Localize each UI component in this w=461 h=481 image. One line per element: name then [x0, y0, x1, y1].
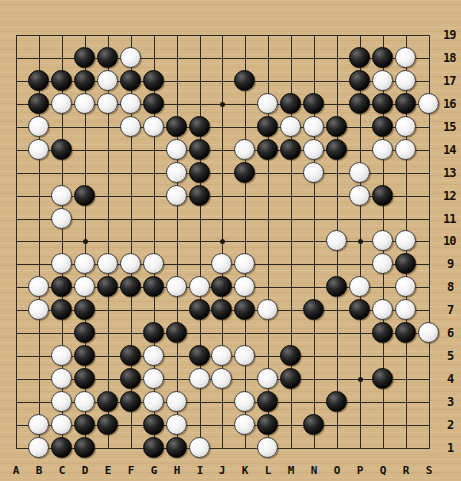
- row-label-4: 4: [447, 372, 453, 386]
- grid-line-horizontal: [16, 35, 430, 36]
- white-stone-C2[interactable]: [51, 414, 72, 435]
- white-stone-R14[interactable]: [395, 139, 416, 160]
- black-stone-Q16[interactable]: [372, 93, 393, 114]
- column-label-A: A: [13, 464, 20, 477]
- black-stone-D4[interactable]: [74, 368, 95, 389]
- column-label-Q: Q: [380, 464, 387, 477]
- white-stone-C5[interactable]: [51, 345, 72, 366]
- row-label-17: 17: [443, 74, 455, 88]
- black-stone-M14[interactable]: [280, 139, 301, 160]
- column-label-O: O: [334, 464, 341, 477]
- white-stone-K9[interactable]: [234, 253, 255, 274]
- white-stone-B15[interactable]: [28, 116, 49, 137]
- black-stone-I15[interactable]: [189, 116, 210, 137]
- black-stone-D2[interactable]: [74, 414, 95, 435]
- white-stone-G3[interactable]: [143, 391, 164, 412]
- row-label-12: 12: [443, 189, 455, 203]
- white-stone-H8[interactable]: [166, 276, 187, 297]
- white-stone-E16[interactable]: [97, 93, 118, 114]
- row-label-10: 10: [443, 234, 455, 248]
- white-stone-N15[interactable]: [303, 116, 324, 137]
- white-stone-K5[interactable]: [234, 345, 255, 366]
- black-stone-L2[interactable]: [257, 414, 278, 435]
- black-stone-L15[interactable]: [257, 116, 278, 137]
- black-stone-O8[interactable]: [326, 276, 347, 297]
- go-board-screenshot: ABCDEFGHIJKLMNOPQRS191817161514131211109…: [0, 0, 461, 481]
- white-stone-B14[interactable]: [28, 139, 49, 160]
- black-stone-R6[interactable]: [395, 322, 416, 343]
- black-stone-J8[interactable]: [211, 276, 232, 297]
- white-stone-R18[interactable]: [395, 47, 416, 68]
- black-stone-D17[interactable]: [74, 70, 95, 91]
- black-stone-P17[interactable]: [349, 70, 370, 91]
- white-stone-H3[interactable]: [166, 391, 187, 412]
- black-stone-G1[interactable]: [143, 437, 164, 458]
- black-stone-C8[interactable]: [51, 276, 72, 297]
- white-stone-Q7[interactable]: [372, 299, 393, 320]
- white-stone-B8[interactable]: [28, 276, 49, 297]
- row-label-6: 6: [447, 326, 453, 340]
- white-stone-C11[interactable]: [51, 208, 72, 229]
- white-stone-C16[interactable]: [51, 93, 72, 114]
- black-stone-D5[interactable]: [74, 345, 95, 366]
- black-stone-Q4[interactable]: [372, 368, 393, 389]
- white-stone-L4[interactable]: [257, 368, 278, 389]
- black-stone-K7[interactable]: [234, 299, 255, 320]
- black-stone-P7[interactable]: [349, 299, 370, 320]
- white-stone-K8[interactable]: [234, 276, 255, 297]
- row-label-7: 7: [447, 303, 453, 317]
- black-stone-L3[interactable]: [257, 391, 278, 412]
- black-stone-D12[interactable]: [74, 185, 95, 206]
- black-stone-R16[interactable]: [395, 93, 416, 114]
- black-stone-H15[interactable]: [166, 116, 187, 137]
- white-stone-Q17[interactable]: [372, 70, 393, 91]
- white-stone-N14[interactable]: [303, 139, 324, 160]
- column-label-N: N: [311, 464, 318, 477]
- column-label-R: R: [403, 464, 410, 477]
- black-stone-B17[interactable]: [28, 70, 49, 91]
- white-stone-O10[interactable]: [326, 230, 347, 251]
- row-label-15: 15: [443, 120, 455, 134]
- white-stone-K14[interactable]: [234, 139, 255, 160]
- row-label-16: 16: [443, 97, 455, 111]
- white-stone-J4[interactable]: [211, 368, 232, 389]
- black-stone-M5[interactable]: [280, 345, 301, 366]
- white-stone-I4[interactable]: [189, 368, 210, 389]
- row-label-5: 5: [447, 349, 453, 363]
- row-label-19: 19: [443, 28, 455, 42]
- row-label-8: 8: [447, 280, 453, 294]
- column-label-S: S: [426, 464, 433, 477]
- black-stone-C17[interactable]: [51, 70, 72, 91]
- white-stone-B2[interactable]: [28, 414, 49, 435]
- row-label-18: 18: [443, 51, 455, 65]
- column-label-I: I: [197, 464, 204, 477]
- white-stone-L7[interactable]: [257, 299, 278, 320]
- column-label-K: K: [242, 464, 249, 477]
- white-stone-B1[interactable]: [28, 437, 49, 458]
- black-stone-M16[interactable]: [280, 93, 301, 114]
- white-stone-D16[interactable]: [74, 93, 95, 114]
- row-label-13: 13: [443, 166, 455, 180]
- white-stone-Q14[interactable]: [372, 139, 393, 160]
- black-stone-H1[interactable]: [166, 437, 187, 458]
- white-stone-M15[interactable]: [280, 116, 301, 137]
- column-label-H: H: [174, 464, 181, 477]
- black-stone-Q15[interactable]: [372, 116, 393, 137]
- white-stone-B7[interactable]: [28, 299, 49, 320]
- white-stone-P12[interactable]: [349, 185, 370, 206]
- star-point: [358, 239, 363, 244]
- column-label-B: B: [36, 464, 43, 477]
- row-label-2: 2: [447, 418, 453, 432]
- column-label-P: P: [357, 464, 364, 477]
- black-stone-N7[interactable]: [303, 299, 324, 320]
- white-stone-E9[interactable]: [97, 253, 118, 274]
- white-stone-I8[interactable]: [189, 276, 210, 297]
- white-stone-H12[interactable]: [166, 185, 187, 206]
- black-stone-F4[interactable]: [120, 368, 141, 389]
- column-label-F: F: [128, 464, 135, 477]
- column-label-E: E: [105, 464, 112, 477]
- black-stone-E3[interactable]: [97, 391, 118, 412]
- black-stone-I14[interactable]: [189, 139, 210, 160]
- column-label-M: M: [288, 464, 295, 477]
- white-stone-D9[interactable]: [74, 253, 95, 274]
- white-stone-G15[interactable]: [143, 116, 164, 137]
- white-stone-H13[interactable]: [166, 162, 187, 183]
- black-stone-P16[interactable]: [349, 93, 370, 114]
- white-stone-P8[interactable]: [349, 276, 370, 297]
- white-stone-F9[interactable]: [120, 253, 141, 274]
- black-stone-Q18[interactable]: [372, 47, 393, 68]
- black-stone-C7[interactable]: [51, 299, 72, 320]
- row-label-3: 3: [447, 395, 453, 409]
- white-stone-C3[interactable]: [51, 391, 72, 412]
- black-stone-D18[interactable]: [74, 47, 95, 68]
- black-stone-N2[interactable]: [303, 414, 324, 435]
- white-stone-N13[interactable]: [303, 162, 324, 183]
- black-stone-K17[interactable]: [234, 70, 255, 91]
- black-stone-E2[interactable]: [97, 414, 118, 435]
- white-stone-J9[interactable]: [211, 253, 232, 274]
- black-stone-Q12[interactable]: [372, 185, 393, 206]
- grid-line-horizontal: [16, 127, 430, 128]
- white-stone-G5[interactable]: [143, 345, 164, 366]
- row-label-11: 11: [443, 212, 455, 226]
- row-label-14: 14: [443, 143, 455, 157]
- white-stone-C9[interactable]: [51, 253, 72, 274]
- black-stone-G6[interactable]: [143, 322, 164, 343]
- white-stone-Q10[interactable]: [372, 230, 393, 251]
- black-stone-E18[interactable]: [97, 47, 118, 68]
- column-label-C: C: [59, 464, 66, 477]
- white-stone-Q9[interactable]: [372, 253, 393, 274]
- black-stone-J7[interactable]: [211, 299, 232, 320]
- white-stone-R7[interactable]: [395, 299, 416, 320]
- column-label-D: D: [82, 464, 89, 477]
- black-stone-K13[interactable]: [234, 162, 255, 183]
- white-stone-K2[interactable]: [234, 414, 255, 435]
- black-stone-H6[interactable]: [166, 322, 187, 343]
- white-stone-L16[interactable]: [257, 93, 278, 114]
- white-stone-R8[interactable]: [395, 276, 416, 297]
- black-stone-F3[interactable]: [120, 391, 141, 412]
- white-stone-E17[interactable]: [97, 70, 118, 91]
- black-stone-N16[interactable]: [303, 93, 324, 114]
- black-stone-M4[interactable]: [280, 368, 301, 389]
- column-label-J: J: [219, 464, 226, 477]
- grid-line-vertical: [177, 35, 178, 449]
- black-stone-P18[interactable]: [349, 47, 370, 68]
- white-stone-F18[interactable]: [120, 47, 141, 68]
- black-stone-O15[interactable]: [326, 116, 347, 137]
- star-point: [220, 102, 225, 107]
- star-point: [358, 377, 363, 382]
- black-stone-F17[interactable]: [120, 70, 141, 91]
- white-stone-S16[interactable]: [418, 93, 439, 114]
- row-label-9: 9: [447, 257, 453, 271]
- white-stone-F15[interactable]: [120, 116, 141, 137]
- white-stone-P13[interactable]: [349, 162, 370, 183]
- white-stone-H2[interactable]: [166, 414, 187, 435]
- row-label-1: 1: [447, 441, 453, 455]
- black-stone-L14[interactable]: [257, 139, 278, 160]
- white-stone-C12[interactable]: [51, 185, 72, 206]
- white-stone-I1[interactable]: [189, 437, 210, 458]
- white-stone-S6[interactable]: [418, 322, 439, 343]
- black-stone-C1[interactable]: [51, 437, 72, 458]
- star-point: [220, 239, 225, 244]
- grid-line-vertical: [245, 35, 246, 449]
- white-stone-J5[interactable]: [211, 345, 232, 366]
- black-stone-I12[interactable]: [189, 185, 210, 206]
- black-stone-O3[interactable]: [326, 391, 347, 412]
- black-stone-R9[interactable]: [395, 253, 416, 274]
- black-stone-I13[interactable]: [189, 162, 210, 183]
- grid-line-vertical: [16, 35, 17, 449]
- black-stone-C14[interactable]: [51, 139, 72, 160]
- black-stone-I7[interactable]: [189, 299, 210, 320]
- black-stone-F8[interactable]: [120, 276, 141, 297]
- black-stone-D6[interactable]: [74, 322, 95, 343]
- white-stone-H14[interactable]: [166, 139, 187, 160]
- white-stone-F16[interactable]: [120, 93, 141, 114]
- black-stone-F5[interactable]: [120, 345, 141, 366]
- black-stone-D7[interactable]: [74, 299, 95, 320]
- white-stone-K3[interactable]: [234, 391, 255, 412]
- black-stone-B16[interactable]: [28, 93, 49, 114]
- white-stone-R17[interactable]: [395, 70, 416, 91]
- white-stone-D3[interactable]: [74, 391, 95, 412]
- black-stone-G16[interactable]: [143, 93, 164, 114]
- white-stone-C4[interactable]: [51, 368, 72, 389]
- star-point: [83, 239, 88, 244]
- black-stone-G8[interactable]: [143, 276, 164, 297]
- white-stone-R15[interactable]: [395, 116, 416, 137]
- white-stone-G4[interactable]: [143, 368, 164, 389]
- column-label-G: G: [151, 464, 158, 477]
- white-stone-D8[interactable]: [74, 276, 95, 297]
- grid-line-horizontal: [16, 150, 430, 151]
- black-stone-Q6[interactable]: [372, 322, 393, 343]
- black-stone-O14[interactable]: [326, 139, 347, 160]
- white-stone-L1[interactable]: [257, 437, 278, 458]
- black-stone-I5[interactable]: [189, 345, 210, 366]
- white-stone-R10[interactable]: [395, 230, 416, 251]
- white-stone-G9[interactable]: [143, 253, 164, 274]
- column-label-L: L: [265, 464, 272, 477]
- black-stone-E8[interactable]: [97, 276, 118, 297]
- black-stone-G17[interactable]: [143, 70, 164, 91]
- grid-line-horizontal: [16, 219, 430, 220]
- black-stone-D1[interactable]: [74, 437, 95, 458]
- black-stone-G2[interactable]: [143, 414, 164, 435]
